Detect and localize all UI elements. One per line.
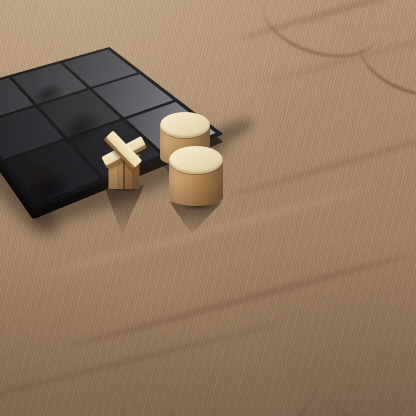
o-piece-sprite: ●	[169, 146, 223, 206]
o-piece-top	[169, 146, 223, 174]
o-glyph: ●	[53, 53, 54, 54]
x-piece-sprite: ✕	[0, 24, 35, 77]
o-glyph: ●	[168, 145, 169, 146]
o-piece-top	[160, 112, 210, 138]
o-piece-sprite: ●	[54, 54, 98, 105]
o-glyph: ●	[159, 111, 160, 112]
scene: ✕ ●	[0, 0, 416, 416]
wood-grain-vein	[319, 313, 416, 416]
x-piece-sprite: ✕	[101, 134, 147, 189]
x-piece-sprite: ✕	[25, 101, 68, 158]
x-glyph: ✕	[100, 133, 101, 134]
wood-grain-vein	[110, 305, 327, 416]
wood-grain-streak	[226, 126, 416, 198]
